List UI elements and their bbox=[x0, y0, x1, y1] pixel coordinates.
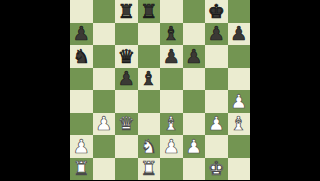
square-a4[interactable] bbox=[70, 90, 93, 113]
square-b3[interactable]: ♟ bbox=[93, 113, 116, 136]
square-d8[interactable]: ♜ bbox=[138, 0, 161, 23]
black-bishop-piece[interactable]: ♝ bbox=[140, 69, 157, 88]
square-d4[interactable] bbox=[138, 90, 161, 113]
square-f2[interactable]: ♟ bbox=[183, 135, 206, 158]
square-b5[interactable] bbox=[93, 68, 116, 91]
white-pawn-piece[interactable]: ♟ bbox=[163, 136, 180, 155]
square-h2[interactable] bbox=[228, 135, 251, 158]
square-c4[interactable] bbox=[115, 90, 138, 113]
square-f6[interactable]: ♟ bbox=[183, 45, 206, 68]
white-pawn-piece[interactable]: ♟ bbox=[208, 114, 225, 133]
square-h1[interactable] bbox=[228, 158, 251, 181]
black-pawn-piece[interactable]: ♟ bbox=[73, 24, 90, 43]
square-f5[interactable] bbox=[183, 68, 206, 91]
black-pawn-piece[interactable]: ♟ bbox=[230, 24, 247, 43]
square-b1[interactable] bbox=[93, 158, 116, 181]
square-g7[interactable]: ♟ bbox=[205, 23, 228, 46]
square-c8[interactable]: ♜ bbox=[115, 0, 138, 23]
square-e4[interactable] bbox=[160, 90, 183, 113]
white-pawn-piece[interactable]: ♟ bbox=[73, 136, 90, 155]
black-pawn-piece[interactable]: ♟ bbox=[208, 24, 225, 43]
white-pawn-piece[interactable]: ♟ bbox=[95, 114, 112, 133]
square-e3[interactable]: ♝ bbox=[160, 113, 183, 136]
square-c7[interactable] bbox=[115, 23, 138, 46]
square-d5[interactable]: ♝ bbox=[138, 68, 161, 91]
square-f4[interactable] bbox=[183, 90, 206, 113]
square-f8[interactable] bbox=[183, 0, 206, 23]
square-g3[interactable]: ♟ bbox=[205, 113, 228, 136]
square-d6[interactable] bbox=[138, 45, 161, 68]
square-h5[interactable] bbox=[228, 68, 251, 91]
white-bishop-piece[interactable]: ♝ bbox=[230, 114, 247, 133]
black-king-piece[interactable]: ♚ bbox=[208, 1, 225, 20]
square-h7[interactable]: ♟ bbox=[228, 23, 251, 46]
square-g8[interactable]: ♚ bbox=[205, 0, 228, 23]
square-g2[interactable] bbox=[205, 135, 228, 158]
square-f1[interactable] bbox=[183, 158, 206, 181]
square-c3[interactable]: ♛ bbox=[115, 113, 138, 136]
square-d2[interactable]: ♞ bbox=[138, 135, 161, 158]
black-pawn-piece[interactable]: ♟ bbox=[185, 46, 202, 65]
square-e8[interactable] bbox=[160, 0, 183, 23]
white-rook-piece[interactable]: ♜ bbox=[140, 159, 157, 178]
square-g6[interactable] bbox=[205, 45, 228, 68]
square-c1[interactable] bbox=[115, 158, 138, 181]
page-background: ♜♜♚♟♝♟♟♞♛♟♟♟♝♟♟♛♝♟♝♟♞♟♟♜♜♚ bbox=[0, 0, 320, 180]
square-h8[interactable] bbox=[228, 0, 251, 23]
square-e5[interactable] bbox=[160, 68, 183, 91]
black-rook-piece[interactable]: ♜ bbox=[118, 1, 135, 20]
square-f3[interactable] bbox=[183, 113, 206, 136]
square-d7[interactable] bbox=[138, 23, 161, 46]
square-g5[interactable] bbox=[205, 68, 228, 91]
white-queen-piece[interactable]: ♛ bbox=[118, 114, 135, 133]
black-rook-piece[interactable]: ♜ bbox=[140, 1, 157, 20]
square-b2[interactable] bbox=[93, 135, 116, 158]
square-a1[interactable]: ♜ bbox=[70, 158, 93, 181]
square-a7[interactable]: ♟ bbox=[70, 23, 93, 46]
square-g4[interactable] bbox=[205, 90, 228, 113]
square-e1[interactable] bbox=[160, 158, 183, 181]
square-c6[interactable]: ♛ bbox=[115, 45, 138, 68]
square-h4[interactable]: ♟ bbox=[228, 90, 251, 113]
white-rook-piece[interactable]: ♜ bbox=[73, 159, 90, 178]
square-d3[interactable] bbox=[138, 113, 161, 136]
black-pawn-piece[interactable]: ♟ bbox=[118, 69, 135, 88]
square-b7[interactable] bbox=[93, 23, 116, 46]
square-h3[interactable]: ♝ bbox=[228, 113, 251, 136]
white-bishop-piece[interactable]: ♝ bbox=[163, 114, 180, 133]
black-knight-piece[interactable]: ♞ bbox=[73, 46, 90, 65]
black-pawn-piece[interactable]: ♟ bbox=[163, 46, 180, 65]
white-pawn-piece[interactable]: ♟ bbox=[230, 91, 247, 110]
square-d1[interactable]: ♜ bbox=[138, 158, 161, 181]
square-e6[interactable]: ♟ bbox=[160, 45, 183, 68]
square-h6[interactable] bbox=[228, 45, 251, 68]
square-b6[interactable] bbox=[93, 45, 116, 68]
white-knight-piece[interactable]: ♞ bbox=[140, 136, 157, 155]
square-c5[interactable]: ♟ bbox=[115, 68, 138, 91]
chess-board: ♜♜♚♟♝♟♟♞♛♟♟♟♝♟♟♛♝♟♝♟♞♟♟♜♜♚ bbox=[70, 0, 250, 180]
square-a8[interactable] bbox=[70, 0, 93, 23]
black-queen-piece[interactable]: ♛ bbox=[118, 46, 135, 65]
square-a6[interactable]: ♞ bbox=[70, 45, 93, 68]
square-e2[interactable]: ♟ bbox=[160, 135, 183, 158]
square-a3[interactable] bbox=[70, 113, 93, 136]
square-a5[interactable] bbox=[70, 68, 93, 91]
square-c2[interactable] bbox=[115, 135, 138, 158]
black-bishop-piece[interactable]: ♝ bbox=[163, 24, 180, 43]
square-b4[interactable] bbox=[93, 90, 116, 113]
square-b8[interactable] bbox=[93, 0, 116, 23]
square-e7[interactable]: ♝ bbox=[160, 23, 183, 46]
square-g1[interactable]: ♚ bbox=[205, 158, 228, 181]
square-a2[interactable]: ♟ bbox=[70, 135, 93, 158]
square-f7[interactable] bbox=[183, 23, 206, 46]
white-king-piece[interactable]: ♚ bbox=[208, 159, 225, 178]
white-pawn-piece[interactable]: ♟ bbox=[185, 136, 202, 155]
